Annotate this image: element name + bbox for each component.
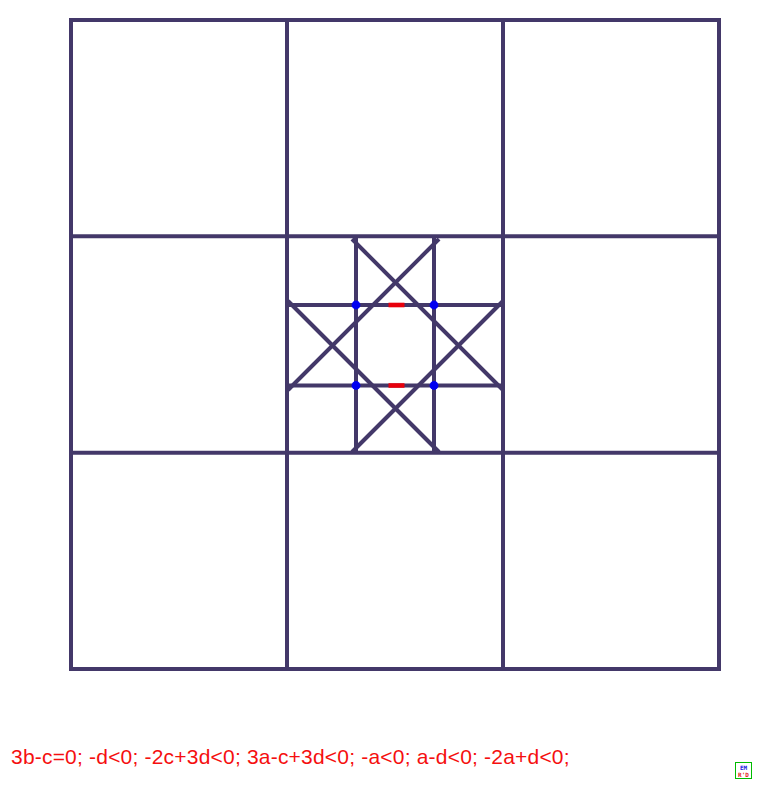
blue-point[interactable] [352, 381, 361, 390]
constraints-caption: 3b-c=0; -d<0; -2c+3d<0; 3a-c+3d<0; -a<0;… [11, 745, 570, 769]
star-line [288, 239, 439, 390]
blue-point[interactable] [430, 301, 439, 310]
blue-point[interactable] [430, 381, 439, 390]
logo-line-bottom: R'D [738, 771, 749, 778]
star-line [288, 301, 439, 452]
figure-canvas [0, 0, 758, 788]
emrd-logo-icon: EM R'D [735, 762, 752, 779]
star-line [352, 302, 503, 453]
star-line [352, 239, 503, 390]
logo-line-top: EM [740, 764, 747, 771]
drawing-area: 3b-c=0; -d<0; -2c+3d<0; 3a-c+3d<0; -a<0;… [0, 0, 758, 788]
blue-point[interactable] [352, 301, 361, 310]
